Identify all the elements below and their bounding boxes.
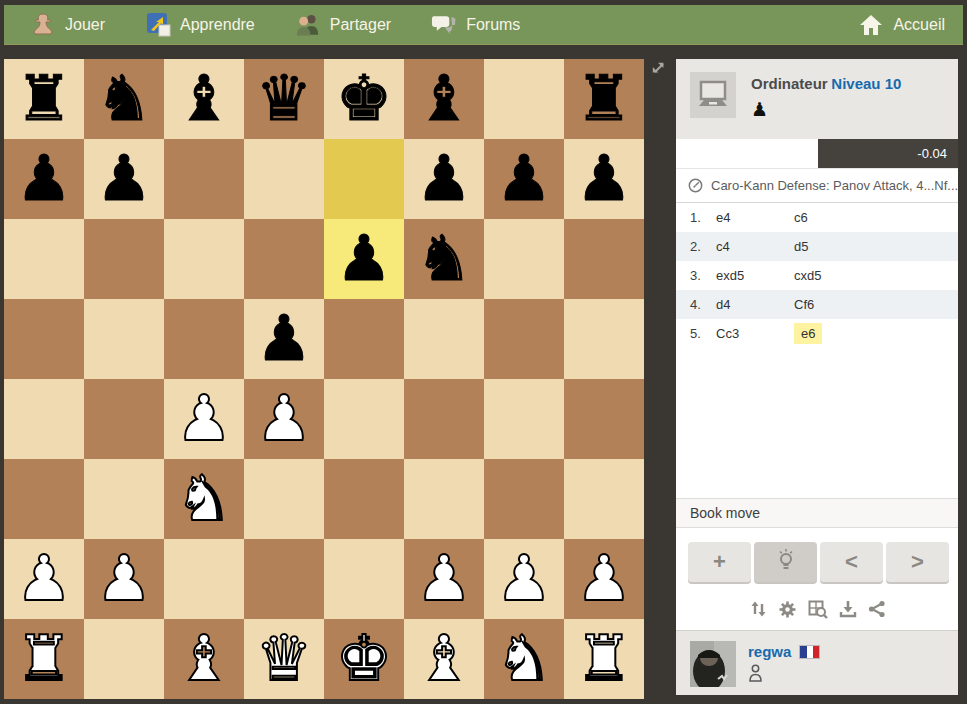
square-g2[interactable]: ♟ <box>484 539 564 619</box>
square-c3[interactable]: ♞ <box>164 459 244 539</box>
nav-label: Jouer <box>65 16 105 34</box>
book-move-label: Book move <box>690 505 760 521</box>
square-b6[interactable] <box>84 219 164 299</box>
square-b2[interactable]: ♟ <box>84 539 164 619</box>
nav-item-jouer[interactable]: Jouer <box>30 12 105 38</box>
square-a8[interactable]: ♜ <box>4 59 84 139</box>
move-list: 1.e4c62.c4d53.exd5cxd54.d4Cf65.Cc3e6 <box>676 203 958 348</box>
square-g5[interactable] <box>484 299 564 379</box>
opponent-level[interactable]: Niveau 10 <box>831 75 901 92</box>
speech-bubbles-icon <box>431 12 457 38</box>
square-c7[interactable] <box>164 139 244 219</box>
square-d7[interactable] <box>244 139 324 219</box>
square-e8[interactable]: ♚ <box>324 59 404 139</box>
square-a6[interactable] <box>4 219 84 299</box>
square-h1[interactable]: ♜ <box>564 619 644 699</box>
square-g8[interactable] <box>484 59 564 139</box>
white-move[interactable]: exd5 <box>716 268 794 283</box>
black-pawn-icon: ♟ <box>751 100 901 119</box>
move-row-2: 2.c4d5 <box>676 232 958 261</box>
square-b1[interactable] <box>84 619 164 699</box>
nav-item-partager[interactable]: Partager <box>295 12 391 38</box>
home-icon <box>858 12 884 38</box>
opening-row[interactable]: Caro-Kann Defense: Panov Attack, 4...Nf.… <box>676 168 958 203</box>
square-e2[interactable] <box>324 539 404 619</box>
black-move[interactable]: Cf6 <box>794 297 814 312</box>
white-pawn[interactable]: ♟ <box>496 539 552 619</box>
white-move[interactable]: c4 <box>716 239 794 254</box>
black-knight[interactable]: ♞ <box>416 219 472 299</box>
square-g6[interactable] <box>484 219 564 299</box>
square-g7[interactable]: ♟ <box>484 139 564 219</box>
square-f3[interactable] <box>404 459 484 539</box>
share-icon[interactable] <box>868 598 886 620</box>
black-king[interactable]: ♚ <box>336 59 392 139</box>
move-number: 4. <box>690 297 716 312</box>
square-h5[interactable] <box>564 299 644 379</box>
black-queen[interactable]: ♛ <box>256 59 312 139</box>
square-e1[interactable]: ♚ <box>324 619 404 699</box>
settings-gear-icon[interactable] <box>778 598 797 620</box>
pawn-hand-icon <box>30 12 56 38</box>
white-queen[interactable]: ♛ <box>256 619 312 699</box>
next-move-button[interactable]: > <box>886 542 949 582</box>
square-d3[interactable] <box>244 459 324 539</box>
flip-board-icon[interactable] <box>749 598 767 620</box>
square-d4[interactable]: ♟ <box>244 379 324 459</box>
france-flag-icon <box>799 645 820 659</box>
square-a2[interactable]: ♟ <box>4 539 84 619</box>
analysis-board-icon[interactable] <box>808 598 828 620</box>
square-f1[interactable]: ♝ <box>404 619 484 699</box>
player-info: regwa <box>748 641 820 685</box>
square-f8[interactable]: ♝ <box>404 59 484 139</box>
computer-icon <box>690 72 736 118</box>
square-c8[interactable]: ♝ <box>164 59 244 139</box>
prev-move-button[interactable]: < <box>820 542 883 582</box>
square-d1[interactable]: ♛ <box>244 619 324 699</box>
evaluation-black-part: -0.04 <box>818 139 958 168</box>
white-pawn[interactable]: ♟ <box>576 539 632 619</box>
square-b5[interactable] <box>84 299 164 379</box>
white-move[interactable]: d4 <box>716 297 794 312</box>
move-row-5: 5.Cc3e6 <box>676 319 958 348</box>
nav-item-forums[interactable]: Forums <box>431 12 520 38</box>
white-pawn[interactable]: ♟ <box>96 539 152 619</box>
black-pawn[interactable]: ♟ <box>256 299 312 379</box>
move-number: 5. <box>690 326 716 341</box>
square-c6[interactable] <box>164 219 244 299</box>
square-b7[interactable]: ♟ <box>84 139 164 219</box>
square-h6[interactable] <box>564 219 644 299</box>
nav-right-group: Accueil <box>858 12 945 38</box>
nav-label: Apprendre <box>180 16 255 34</box>
square-f2[interactable]: ♟ <box>404 539 484 619</box>
square-g4[interactable] <box>484 379 564 459</box>
top-navbar: JouerApprendrePartagerForums Accueil <box>4 5 963 45</box>
move-number: 3. <box>690 268 716 283</box>
white-bishop[interactable]: ♝ <box>416 619 472 699</box>
white-pawn[interactable]: ♟ <box>16 539 72 619</box>
sidebar-filler <box>676 348 958 498</box>
square-f7[interactable]: ♟ <box>404 139 484 219</box>
tool-icons-row <box>676 598 958 620</box>
square-d8[interactable]: ♛ <box>244 59 324 139</box>
black-rook[interactable]: ♜ <box>576 59 632 139</box>
move-row-1: 1.e4c6 <box>676 203 958 232</box>
white-pawn[interactable]: ♟ <box>176 379 232 459</box>
square-g1[interactable]: ♞ <box>484 619 564 699</box>
square-g3[interactable] <box>484 459 564 539</box>
move-number: 2. <box>690 239 716 254</box>
square-h8[interactable]: ♜ <box>564 59 644 139</box>
move-number: 1. <box>690 210 716 225</box>
add-move-button[interactable]: + <box>688 542 751 582</box>
square-b8[interactable]: ♞ <box>84 59 164 139</box>
black-knight[interactable]: ♞ <box>96 59 152 139</box>
square-e4[interactable] <box>324 379 404 459</box>
black-rook[interactable]: ♜ <box>16 59 72 139</box>
square-f4[interactable] <box>404 379 484 459</box>
square-e7[interactable] <box>324 139 404 219</box>
black-pawn[interactable]: ♟ <box>416 139 472 219</box>
black-pawn[interactable]: ♟ <box>576 139 632 219</box>
square-e6[interactable]: ♟ <box>324 219 404 299</box>
square-h4[interactable] <box>564 379 644 459</box>
white-pawn[interactable]: ♟ <box>256 379 312 459</box>
square-c2[interactable] <box>164 539 244 619</box>
white-king[interactable]: ♚ <box>336 619 392 699</box>
black-pawn[interactable]: ♟ <box>336 219 392 299</box>
lightbulb-icon <box>776 547 796 577</box>
book-move-banner: Book move <box>676 498 958 528</box>
square-e5[interactable] <box>324 299 404 379</box>
square-a1[interactable]: ♜ <box>4 619 84 699</box>
square-f5[interactable] <box>404 299 484 379</box>
nav-label-accueil: Accueil <box>893 16 945 34</box>
black-move[interactable]: c6 <box>794 210 808 225</box>
square-b4[interactable] <box>84 379 164 459</box>
square-d5[interactable]: ♟ <box>244 299 324 379</box>
download-icon[interactable] <box>839 598 857 620</box>
learn-arrow-icon <box>145 12 171 38</box>
square-a5[interactable] <box>4 299 84 379</box>
move-row-4: 4.d4Cf6 <box>676 290 958 319</box>
nav-left-group: JouerApprendrePartagerForums <box>30 12 560 38</box>
square-e3[interactable] <box>324 459 404 539</box>
nav-item-apprendre[interactable]: Apprendre <box>145 12 255 38</box>
black-bishop[interactable]: ♝ <box>176 59 232 139</box>
white-rook[interactable]: ♜ <box>576 619 632 699</box>
square-a7[interactable]: ♟ <box>4 139 84 219</box>
nav-label: Forums <box>466 16 520 34</box>
black-bishop[interactable]: ♝ <box>416 59 472 139</box>
black-pawn[interactable]: ♟ <box>496 139 552 219</box>
player-name[interactable]: regwa <box>748 643 791 660</box>
white-move[interactable]: e4 <box>716 210 794 225</box>
opponent-header: Ordinateur Niveau 10 ♟ <box>676 59 958 139</box>
white-player-icon <box>748 664 820 685</box>
black-pawn[interactable]: ♟ <box>16 139 72 219</box>
nav-item-accueil[interactable]: Accueil <box>858 12 945 38</box>
square-h3[interactable] <box>564 459 644 539</box>
chess-board[interactable]: ♜♞♝♛♚♝♜♟♟♟♟♟♟♞♟♟♟♞♟♟♟♟♟♜♝♛♚♝♞♜ <box>4 59 644 699</box>
square-c5[interactable] <box>164 299 244 379</box>
resize-board-icon[interactable] <box>650 59 670 79</box>
nav-label: Partager <box>330 16 391 34</box>
white-bishop[interactable]: ♝ <box>176 619 232 699</box>
game-sidebar: Ordinateur Niveau 10 ♟ -0.04 Caro-Kann D… <box>676 59 958 695</box>
black-pawn[interactable]: ♟ <box>96 139 152 219</box>
opponent-info: Ordinateur Niveau 10 ♟ <box>751 72 901 126</box>
square-c1[interactable]: ♝ <box>164 619 244 699</box>
square-c4[interactable]: ♟ <box>164 379 244 459</box>
black-move-current[interactable]: e6 <box>794 323 822 344</box>
black-move[interactable]: d5 <box>794 239 808 254</box>
square-d2[interactable] <box>244 539 324 619</box>
square-a3[interactable] <box>4 459 84 539</box>
control-buttons: + < > <box>676 528 958 582</box>
opening-name: Caro-Kann Defense: Panov Attack, 4...Nf.… <box>711 178 958 193</box>
square-f6[interactable]: ♞ <box>404 219 484 299</box>
white-move[interactable]: Cc3 <box>716 326 794 341</box>
square-h7[interactable]: ♟ <box>564 139 644 219</box>
opponent-name: Ordinateur <box>751 75 828 92</box>
square-d6[interactable] <box>244 219 324 299</box>
evaluation-value: -0.04 <box>917 146 947 161</box>
white-knight[interactable]: ♞ <box>176 459 232 539</box>
evaluation-bar: -0.04 <box>676 139 958 168</box>
white-rook[interactable]: ♜ <box>16 619 72 699</box>
people-icon <box>295 12 321 38</box>
white-knight[interactable]: ♞ <box>496 619 552 699</box>
white-pawn[interactable]: ♟ <box>416 539 472 619</box>
move-row-3: 3.exd5cxd5 <box>676 261 958 290</box>
square-h2[interactable]: ♟ <box>564 539 644 619</box>
square-a4[interactable] <box>4 379 84 459</box>
black-move[interactable]: cxd5 <box>794 268 821 283</box>
square-b3[interactable] <box>84 459 164 539</box>
player-avatar[interactable] <box>690 641 736 687</box>
evaluation-white-part <box>676 139 818 168</box>
opening-book-icon <box>688 178 703 193</box>
hint-button[interactable] <box>754 542 817 582</box>
player-section: regwa <box>676 630 958 695</box>
